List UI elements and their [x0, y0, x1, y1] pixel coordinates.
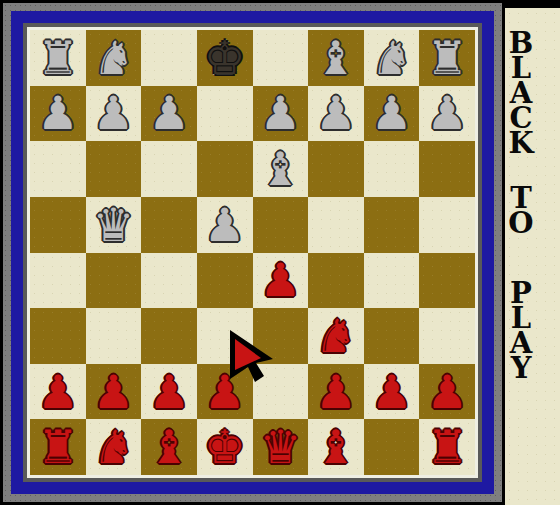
- square-e4[interactable]: ♟: [197, 197, 253, 253]
- square-b3[interactable]: [364, 141, 420, 197]
- square-d4[interactable]: [253, 197, 309, 253]
- black-pawn-h7[interactable]: ♟: [30, 364, 86, 420]
- square-f4[interactable]: [141, 197, 197, 253]
- square-h2[interactable]: ♟: [30, 86, 86, 142]
- status-letter: K: [506, 131, 536, 156]
- square-d2[interactable]: ♟: [253, 86, 309, 142]
- square-f5[interactable]: [141, 253, 197, 309]
- square-c2[interactable]: ♟: [308, 86, 364, 142]
- white-pawn-e4[interactable]: ♟: [197, 197, 253, 253]
- square-g1[interactable]: ♞: [86, 30, 142, 86]
- square-b5[interactable]: [364, 253, 420, 309]
- status-word-black: BLACK: [506, 31, 536, 156]
- mouse-cursor-icon: [227, 329, 275, 383]
- black-bishop-f8[interactable]: ♝: [141, 419, 197, 475]
- square-e1[interactable]: ♚: [197, 30, 253, 86]
- square-g4[interactable]: ♛: [86, 197, 142, 253]
- square-b2[interactable]: ♟: [364, 86, 420, 142]
- board-panel-white-frame: ♜♞♚♝♞♜♟♟♟♟♟♟♟♝♛♟♟♞♟♟♟♟♟♟♟♜♞♝♚♛♝♜: [27, 27, 478, 478]
- board-panel-gray-frame: ♜♞♚♝♞♜♟♟♟♟♟♟♟♝♛♟♟♞♟♟♟♟♟♟♟♜♞♝♚♛♝♜: [3, 3, 502, 502]
- white-rook-a1[interactable]: ♜: [419, 30, 475, 86]
- square-e2[interactable]: [197, 86, 253, 142]
- square-g5[interactable]: [86, 253, 142, 309]
- black-pawn-b7[interactable]: ♟: [364, 364, 420, 420]
- square-h8[interactable]: ♜: [30, 419, 86, 475]
- black-bishop-c8[interactable]: ♝: [308, 419, 364, 475]
- square-c7[interactable]: ♟: [308, 364, 364, 420]
- black-pawn-c7[interactable]: ♟: [308, 364, 364, 420]
- white-king-e1[interactable]: ♚: [197, 30, 253, 86]
- square-a5[interactable]: [419, 253, 475, 309]
- square-g6[interactable]: [86, 308, 142, 364]
- chess-board: ♜♞♚♝♞♜♟♟♟♟♟♟♟♝♛♟♟♞♟♟♟♟♟♟♟♜♞♝♚♛♝♜: [30, 30, 475, 475]
- square-c5[interactable]: [308, 253, 364, 309]
- white-pawn-g2[interactable]: ♟: [86, 86, 142, 142]
- white-pawn-b2[interactable]: ♟: [364, 86, 420, 142]
- white-pawn-h2[interactable]: ♟: [30, 86, 86, 142]
- white-pawn-a2[interactable]: ♟: [419, 86, 475, 142]
- square-f1[interactable]: [141, 30, 197, 86]
- square-h6[interactable]: [30, 308, 86, 364]
- square-c8[interactable]: ♝: [308, 419, 364, 475]
- square-a6[interactable]: [419, 308, 475, 364]
- square-a1[interactable]: ♜: [419, 30, 475, 86]
- square-d8[interactable]: ♛: [253, 419, 309, 475]
- square-b4[interactable]: [364, 197, 420, 253]
- black-pawn-g7[interactable]: ♟: [86, 364, 142, 420]
- status-letter: O: [506, 211, 536, 236]
- white-bishop-c1[interactable]: ♝: [308, 30, 364, 86]
- square-d3[interactable]: ♝: [253, 141, 309, 197]
- square-b8[interactable]: [364, 419, 420, 475]
- black-knight-g8[interactable]: ♞: [86, 419, 142, 475]
- square-g7[interactable]: ♟: [86, 364, 142, 420]
- square-h1[interactable]: ♜: [30, 30, 86, 86]
- white-pawn-d2[interactable]: ♟: [253, 86, 309, 142]
- square-c1[interactable]: ♝: [308, 30, 364, 86]
- status-word-to: TO: [506, 186, 536, 236]
- black-pawn-d5[interactable]: ♟: [253, 253, 309, 309]
- square-h3[interactable]: [30, 141, 86, 197]
- square-c6[interactable]: ♞: [308, 308, 364, 364]
- square-g2[interactable]: ♟: [86, 86, 142, 142]
- black-knight-c6[interactable]: ♞: [308, 308, 364, 364]
- square-a4[interactable]: [419, 197, 475, 253]
- square-g3[interactable]: [86, 141, 142, 197]
- black-queen-d8[interactable]: ♛: [253, 419, 309, 475]
- board-panel-inner-gray-frame: ♜♞♚♝♞♜♟♟♟♟♟♟♟♝♛♟♟♞♟♟♟♟♟♟♟♜♞♝♚♛♝♜: [23, 23, 482, 482]
- black-king-e8[interactable]: ♚: [197, 419, 253, 475]
- square-e5[interactable]: [197, 253, 253, 309]
- square-h7[interactable]: ♟: [30, 364, 86, 420]
- white-knight-g1[interactable]: ♞: [86, 30, 142, 86]
- square-b1[interactable]: ♞: [364, 30, 420, 86]
- sidebar-top-strip: [505, 0, 560, 8]
- square-f6[interactable]: [141, 308, 197, 364]
- status-word-play: PLAY: [506, 281, 536, 381]
- square-f2[interactable]: ♟: [141, 86, 197, 142]
- square-f7[interactable]: ♟: [141, 364, 197, 420]
- board-panel-blue-frame: ♜♞♚♝♞♜♟♟♟♟♟♟♟♝♛♟♟♞♟♟♟♟♟♟♟♜♞♝♚♛♝♜: [11, 11, 494, 494]
- square-a8[interactable]: ♜: [419, 419, 475, 475]
- white-pawn-f2[interactable]: ♟: [141, 86, 197, 142]
- status-sidebar: BLACK TO PLAY: [505, 0, 560, 505]
- square-c3[interactable]: [308, 141, 364, 197]
- square-g8[interactable]: ♞: [86, 419, 142, 475]
- square-h4[interactable]: [30, 197, 86, 253]
- black-rook-h8[interactable]: ♜: [30, 419, 86, 475]
- black-pawn-a7[interactable]: ♟: [419, 364, 475, 420]
- white-bishop-d3[interactable]: ♝: [253, 141, 309, 197]
- square-e8[interactable]: ♚: [197, 419, 253, 475]
- square-a2[interactable]: ♟: [419, 86, 475, 142]
- white-pawn-c2[interactable]: ♟: [308, 86, 364, 142]
- square-f8[interactable]: ♝: [141, 419, 197, 475]
- square-e3[interactable]: [197, 141, 253, 197]
- square-a3[interactable]: [419, 141, 475, 197]
- square-b7[interactable]: ♟: [364, 364, 420, 420]
- white-knight-b1[interactable]: ♞: [364, 30, 420, 86]
- square-h5[interactable]: [30, 253, 86, 309]
- square-a7[interactable]: ♟: [419, 364, 475, 420]
- square-f3[interactable]: [141, 141, 197, 197]
- square-d5[interactable]: ♟: [253, 253, 309, 309]
- square-d1[interactable]: [253, 30, 309, 86]
- square-b6[interactable]: [364, 308, 420, 364]
- white-rook-h1[interactable]: ♜: [30, 30, 86, 86]
- square-c4[interactable]: [308, 197, 364, 253]
- white-queen-g4[interactable]: ♛: [86, 197, 142, 253]
- black-rook-a8[interactable]: ♜: [419, 419, 475, 475]
- board-panel-outer-frame: ♜♞♚♝♞♜♟♟♟♟♟♟♟♝♛♟♟♞♟♟♟♟♟♟♟♜♞♝♚♛♝♜: [0, 0, 505, 505]
- black-pawn-f7[interactable]: ♟: [141, 364, 197, 420]
